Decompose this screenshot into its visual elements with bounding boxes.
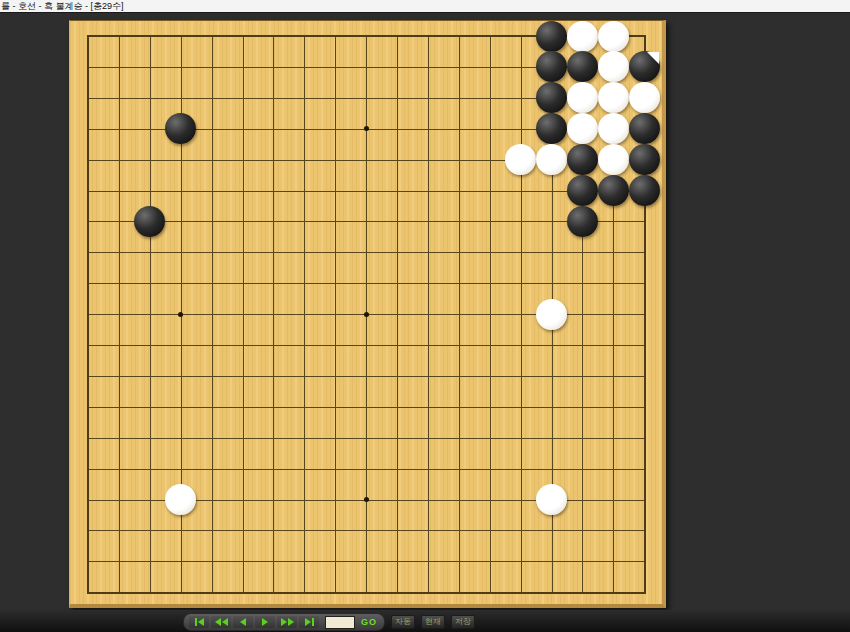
- fwd-triangle-icon: [262, 618, 268, 626]
- fast-forward-button[interactable]: [277, 616, 297, 628]
- back-triangle-icon: [240, 618, 246, 626]
- white-stone: [567, 21, 598, 52]
- fast-fwd-triangle2-icon: [288, 618, 294, 626]
- white-stone: [505, 144, 536, 175]
- black-stone: [536, 21, 567, 52]
- fast-back-triangle2-icon: [222, 618, 228, 626]
- white-stone: [536, 299, 567, 330]
- black-stone: [536, 113, 567, 144]
- go-board[interactable]: [69, 20, 666, 608]
- replay-controls: GO 자동 현재 저장: [183, 613, 475, 631]
- window-title-bar: 를 - 호선 - 흑 불계승 - [총29수]: [0, 0, 850, 13]
- white-stone: [598, 144, 629, 175]
- skip-end-bar-icon: [312, 618, 314, 626]
- current-position-button[interactable]: 현재: [421, 615, 445, 629]
- action-buttons: 자동 현재 저장: [391, 615, 475, 629]
- black-stone: [629, 144, 660, 175]
- white-stone: [567, 82, 598, 113]
- auto-play-button[interactable]: 자동: [391, 615, 415, 629]
- star-point: [364, 312, 369, 317]
- skip-to-start-button[interactable]: [189, 616, 209, 628]
- white-stone: [567, 113, 598, 144]
- black-stone: [567, 206, 598, 237]
- skip-start-triangle-icon: [198, 618, 204, 626]
- white-stone: [165, 484, 196, 515]
- black-stone: [629, 175, 660, 206]
- black-stone: [567, 175, 598, 206]
- black-stone: [134, 206, 165, 237]
- last-move-marker-icon: [647, 52, 659, 64]
- save-button[interactable]: 저장: [451, 615, 475, 629]
- window-title-text: 를 - 호선 - 흑 불계승 - [총29수]: [1, 1, 124, 11]
- skip-start-bar-icon: [195, 618, 197, 626]
- white-stone: [598, 21, 629, 52]
- white-stone: [629, 82, 660, 113]
- star-point: [178, 312, 183, 317]
- vcr-pill: GO: [183, 613, 385, 631]
- black-stone: [629, 51, 660, 82]
- black-stone: [629, 113, 660, 144]
- black-stone: [598, 175, 629, 206]
- white-stone: [536, 144, 567, 175]
- fast-fwd-triangle-icon: [281, 618, 287, 626]
- white-stone: [598, 82, 629, 113]
- step-forward-button[interactable]: [255, 616, 275, 628]
- black-stone: [567, 144, 598, 175]
- skip-end-triangle-icon: [305, 618, 311, 626]
- fast-backward-button[interactable]: [211, 616, 231, 628]
- fast-back-triangle-icon: [215, 618, 221, 626]
- star-point: [364, 497, 369, 502]
- star-point: [364, 126, 369, 131]
- move-number-input[interactable]: [325, 616, 355, 629]
- white-stone: [598, 113, 629, 144]
- step-backward-button[interactable]: [233, 616, 253, 628]
- go-button[interactable]: GO: [361, 617, 377, 627]
- white-stone: [598, 51, 629, 82]
- skip-to-end-button[interactable]: [299, 616, 319, 628]
- white-stone: [536, 484, 567, 515]
